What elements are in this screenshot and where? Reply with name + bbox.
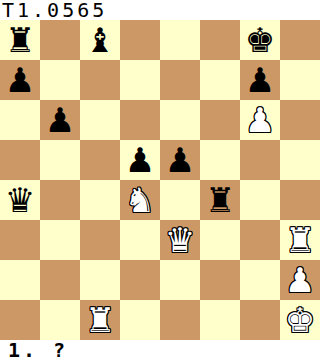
square-h1[interactable]: ♚ xyxy=(280,300,320,340)
square-h2[interactable]: ♟ xyxy=(280,260,320,300)
square-c2[interactable] xyxy=(80,260,120,300)
square-h4[interactable] xyxy=(280,180,320,220)
square-c7[interactable] xyxy=(80,60,120,100)
square-g8[interactable]: ♚ xyxy=(240,20,280,60)
square-a2[interactable] xyxy=(0,260,40,300)
square-b2[interactable] xyxy=(40,260,80,300)
piece-white-pawn: ♟ xyxy=(245,100,275,140)
piece-white-rook: ♜ xyxy=(85,300,115,340)
square-g1[interactable] xyxy=(240,300,280,340)
square-c6[interactable] xyxy=(80,100,120,140)
piece-black-rook: ♜ xyxy=(205,180,235,220)
square-e6[interactable] xyxy=(160,100,200,140)
square-h7[interactable] xyxy=(280,60,320,100)
square-g3[interactable] xyxy=(240,220,280,260)
square-d7[interactable] xyxy=(120,60,160,100)
move-prompt: 1. ? xyxy=(0,340,320,360)
square-f7[interactable] xyxy=(200,60,240,100)
square-h5[interactable] xyxy=(280,140,320,180)
square-a8[interactable]: ♜ xyxy=(0,20,40,60)
square-d4[interactable]: ♞ xyxy=(120,180,160,220)
square-f8[interactable] xyxy=(200,20,240,60)
square-b5[interactable] xyxy=(40,140,80,180)
square-g4[interactable] xyxy=(240,180,280,220)
square-g7[interactable]: ♟ xyxy=(240,60,280,100)
piece-black-pawn: ♟ xyxy=(165,140,195,180)
square-d6[interactable] xyxy=(120,100,160,140)
square-c4[interactable] xyxy=(80,180,120,220)
square-e1[interactable] xyxy=(160,300,200,340)
square-b8[interactable] xyxy=(40,20,80,60)
square-f5[interactable] xyxy=(200,140,240,180)
piece-black-pawn: ♟ xyxy=(45,100,75,140)
square-b7[interactable] xyxy=(40,60,80,100)
square-e7[interactable] xyxy=(160,60,200,100)
square-h3[interactable]: ♜ xyxy=(280,220,320,260)
chess-puzzle-window: T1.0565 ♜♝♚♟♟♟♟♟♟♛♞♜♛♜♟♜♚ 1. ? xyxy=(0,0,320,360)
piece-black-pawn: ♟ xyxy=(245,60,275,100)
square-a6[interactable] xyxy=(0,100,40,140)
square-c3[interactable] xyxy=(80,220,120,260)
square-c5[interactable] xyxy=(80,140,120,180)
square-c1[interactable]: ♜ xyxy=(80,300,120,340)
square-a1[interactable] xyxy=(0,300,40,340)
square-g5[interactable] xyxy=(240,140,280,180)
square-e5[interactable]: ♟ xyxy=(160,140,200,180)
square-b4[interactable] xyxy=(40,180,80,220)
square-f2[interactable] xyxy=(200,260,240,300)
piece-black-king: ♚ xyxy=(245,20,275,60)
square-e3[interactable]: ♛ xyxy=(160,220,200,260)
piece-white-king: ♚ xyxy=(285,300,315,340)
piece-black-rook: ♜ xyxy=(5,20,35,60)
square-g2[interactable] xyxy=(240,260,280,300)
square-c8[interactable]: ♝ xyxy=(80,20,120,60)
square-d8[interactable] xyxy=(120,20,160,60)
square-d5[interactable]: ♟ xyxy=(120,140,160,180)
chess-board: ♜♝♚♟♟♟♟♟♟♛♞♜♛♜♟♜♚ xyxy=(0,20,320,340)
square-a7[interactable]: ♟ xyxy=(0,60,40,100)
square-f3[interactable] xyxy=(200,220,240,260)
piece-black-pawn: ♟ xyxy=(125,140,155,180)
piece-black-bishop: ♝ xyxy=(85,20,115,60)
square-b3[interactable] xyxy=(40,220,80,260)
square-d3[interactable] xyxy=(120,220,160,260)
puzzle-title: T1.0565 xyxy=(0,0,320,20)
piece-white-rook: ♜ xyxy=(285,220,315,260)
square-a5[interactable] xyxy=(0,140,40,180)
square-b1[interactable] xyxy=(40,300,80,340)
square-b6[interactable]: ♟ xyxy=(40,100,80,140)
piece-white-pawn: ♟ xyxy=(285,260,315,300)
square-a4[interactable]: ♛ xyxy=(0,180,40,220)
square-d2[interactable] xyxy=(120,260,160,300)
square-d1[interactable] xyxy=(120,300,160,340)
square-f4[interactable]: ♜ xyxy=(200,180,240,220)
piece-white-queen: ♛ xyxy=(165,220,195,260)
square-a3[interactable] xyxy=(0,220,40,260)
square-h8[interactable] xyxy=(280,20,320,60)
square-g6[interactable]: ♟ xyxy=(240,100,280,140)
square-f1[interactable] xyxy=(200,300,240,340)
square-e4[interactable] xyxy=(160,180,200,220)
piece-black-queen: ♛ xyxy=(5,180,35,220)
square-h6[interactable] xyxy=(280,100,320,140)
piece-black-pawn: ♟ xyxy=(5,60,35,100)
square-e2[interactable] xyxy=(160,260,200,300)
square-f6[interactable] xyxy=(200,100,240,140)
piece-white-knight: ♞ xyxy=(125,180,155,220)
square-e8[interactable] xyxy=(160,20,200,60)
